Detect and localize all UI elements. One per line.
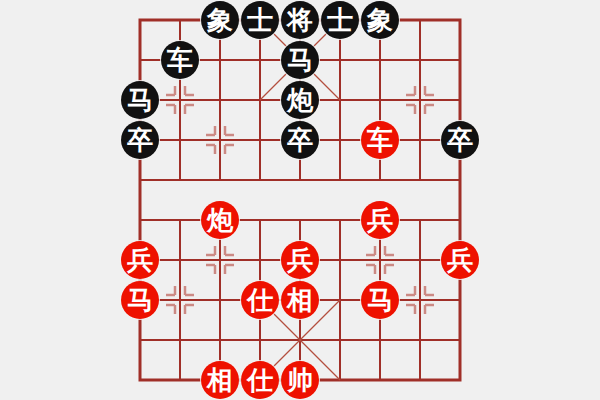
piece-black-horse[interactable]: 马 bbox=[281, 41, 319, 79]
piece-red-advisor[interactable]: 仕 bbox=[241, 361, 279, 399]
xiangqi-board-screen: 象士将士象车马马炮卒卒卒车炮兵兵兵兵马仕相马相仕帅 bbox=[0, 0, 600, 400]
piece-red-horse[interactable]: 马 bbox=[361, 281, 399, 319]
piece-red-soldier[interactable]: 兵 bbox=[441, 241, 479, 279]
piece-black-advisor[interactable]: 士 bbox=[321, 1, 359, 39]
piece-black-cannon[interactable]: 炮 bbox=[281, 81, 319, 119]
piece-black-advisor[interactable]: 士 bbox=[241, 1, 279, 39]
piece-black-horse[interactable]: 马 bbox=[121, 81, 159, 119]
piece-black-elephant[interactable]: 象 bbox=[201, 1, 239, 39]
piece-black-soldier[interactable]: 卒 bbox=[441, 121, 479, 159]
piece-red-general[interactable]: 帅 bbox=[281, 361, 319, 399]
piece-red-elephant[interactable]: 相 bbox=[281, 281, 319, 319]
piece-red-soldier[interactable]: 兵 bbox=[281, 241, 319, 279]
piece-black-soldier[interactable]: 卒 bbox=[121, 121, 159, 159]
piece-red-horse[interactable]: 马 bbox=[121, 281, 159, 319]
piece-red-chariot[interactable]: 车 bbox=[361, 121, 399, 159]
pieces-layer: 象士将士象车马马炮卒卒卒车炮兵兵兵兵马仕相马相仕帅 bbox=[120, 0, 480, 400]
piece-black-elephant[interactable]: 象 bbox=[361, 1, 399, 39]
piece-black-general[interactable]: 将 bbox=[281, 1, 319, 39]
piece-red-soldier[interactable]: 兵 bbox=[121, 241, 159, 279]
piece-red-advisor[interactable]: 仕 bbox=[241, 281, 279, 319]
piece-black-chariot[interactable]: 车 bbox=[161, 41, 199, 79]
piece-red-cannon[interactable]: 炮 bbox=[201, 201, 239, 239]
piece-black-soldier[interactable]: 卒 bbox=[281, 121, 319, 159]
piece-red-elephant[interactable]: 相 bbox=[201, 361, 239, 399]
piece-red-soldier[interactable]: 兵 bbox=[361, 201, 399, 239]
